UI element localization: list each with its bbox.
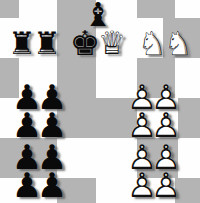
white-queen[interactable]: ♛♕	[90, 21, 134, 65]
board-square-0-0	[0, 0, 19, 18]
chess-board[interactable]: ♝♜♜♚♛♕♞♘♞♘♟♟♟♟♟♟♟♟♟♙♟♙♟♙♟♙♟♙♟♙♟♙♟♙	[0, 0, 200, 203]
white-pawn[interactable]: ♟♙	[144, 163, 188, 203]
black-pawn[interactable]: ♟	[30, 163, 74, 203]
white-knight-outline-glyph: ♘	[156, 21, 200, 65]
black-pawn-glyph: ♟	[30, 163, 74, 203]
board-square-0-1	[19, 0, 57, 18]
white-pawn-outline-glyph: ♙	[144, 163, 188, 203]
board-square-0-5	[175, 0, 200, 18]
white-knight[interactable]: ♞♘	[156, 21, 200, 65]
white-queen-outline-glyph: ♕	[90, 21, 134, 65]
board-square-0-4	[137, 0, 175, 18]
